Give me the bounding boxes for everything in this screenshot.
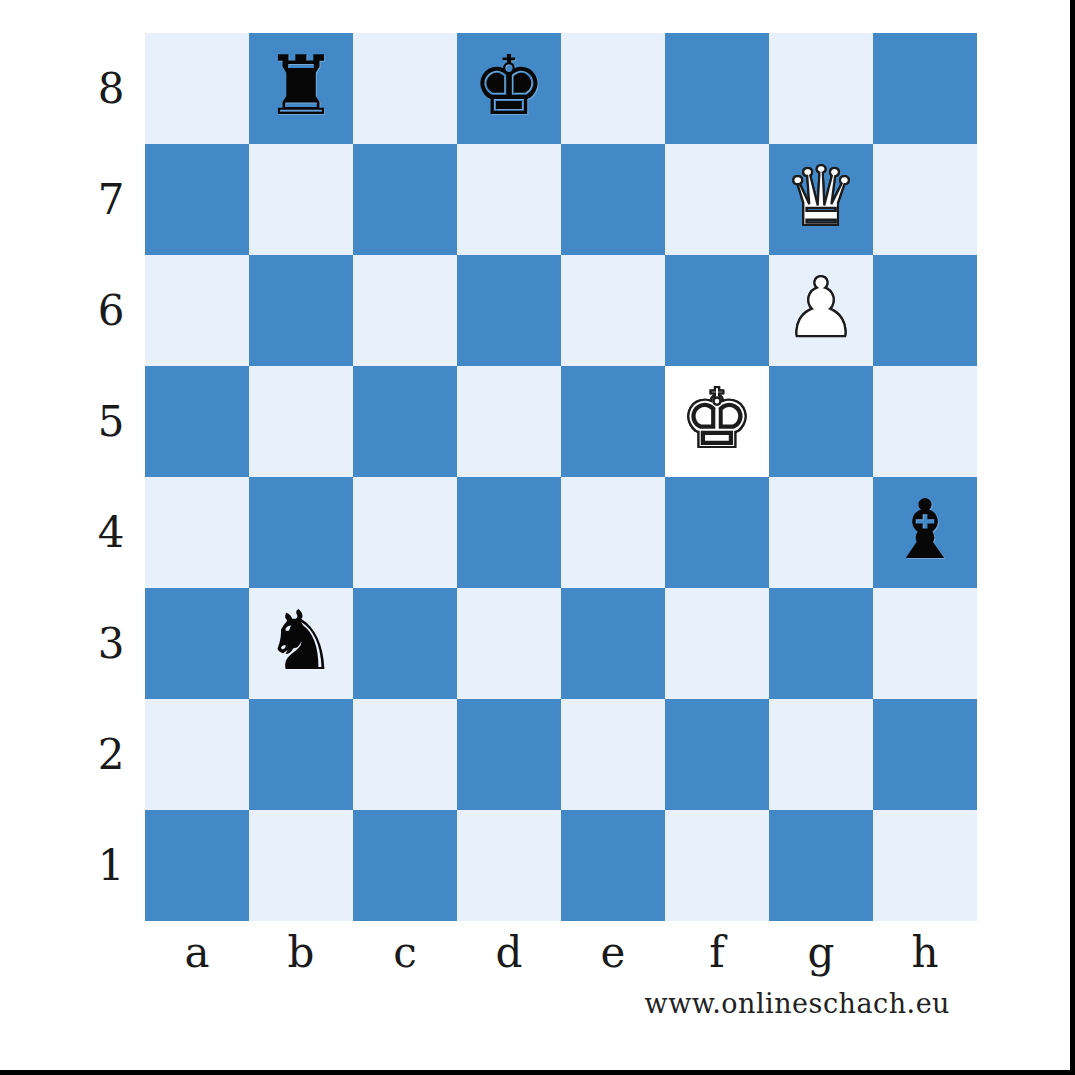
square-a2[interactable]	[145, 699, 249, 810]
square-e2[interactable]	[561, 699, 665, 810]
chess-diagram-page: 87654321 ♜♚♛♟♚♝♞ abcdefgh www.onlinescha…	[0, 0, 1075, 1075]
square-f7[interactable]	[665, 144, 769, 255]
file-label-h: h	[873, 924, 977, 980]
square-a4[interactable]	[145, 477, 249, 588]
square-e5[interactable]	[561, 366, 665, 477]
square-e1[interactable]	[561, 810, 665, 921]
file-labels: abcdefgh	[145, 924, 977, 980]
rank-label-5: 5	[88, 366, 134, 477]
square-d6[interactable]	[457, 255, 561, 366]
square-a7[interactable]	[145, 144, 249, 255]
square-f4[interactable]	[665, 477, 769, 588]
square-b8[interactable]: ♜	[249, 33, 353, 144]
square-f5[interactable]: ♚	[665, 366, 769, 477]
square-b6[interactable]	[249, 255, 353, 366]
square-c1[interactable]	[353, 810, 457, 921]
square-c8[interactable]	[353, 33, 457, 144]
square-h1[interactable]	[873, 810, 977, 921]
square-c5[interactable]	[353, 366, 457, 477]
square-e4[interactable]	[561, 477, 665, 588]
rank-label-6: 6	[88, 255, 134, 366]
file-label-d: d	[457, 924, 561, 980]
square-h7[interactable]	[873, 144, 977, 255]
white-king[interactable]: ♚	[680, 378, 754, 460]
white-queen[interactable]: ♛	[784, 156, 858, 238]
square-f1[interactable]	[665, 810, 769, 921]
square-a1[interactable]	[145, 810, 249, 921]
square-a8[interactable]	[145, 33, 249, 144]
square-h2[interactable]	[873, 699, 977, 810]
square-c4[interactable]	[353, 477, 457, 588]
square-c2[interactable]	[353, 699, 457, 810]
square-g4[interactable]	[769, 477, 873, 588]
square-g7[interactable]: ♛	[769, 144, 873, 255]
square-b3[interactable]: ♞	[249, 588, 353, 699]
square-d2[interactable]	[457, 699, 561, 810]
square-d7[interactable]	[457, 144, 561, 255]
square-e8[interactable]	[561, 33, 665, 144]
site-credit: www.onlineschach.eu	[645, 988, 950, 1019]
rank-label-1: 1	[88, 810, 134, 921]
square-d1[interactable]	[457, 810, 561, 921]
square-h5[interactable]	[873, 366, 977, 477]
black-rook[interactable]: ♜	[264, 45, 338, 127]
chess-board: ♜♚♛♟♚♝♞	[145, 33, 977, 921]
square-a3[interactable]	[145, 588, 249, 699]
square-h8[interactable]	[873, 33, 977, 144]
file-label-g: g	[769, 924, 873, 980]
square-c7[interactable]	[353, 144, 457, 255]
square-c3[interactable]	[353, 588, 457, 699]
square-h3[interactable]	[873, 588, 977, 699]
square-b5[interactable]	[249, 366, 353, 477]
square-d8[interactable]: ♚	[457, 33, 561, 144]
square-a6[interactable]	[145, 255, 249, 366]
black-king[interactable]: ♚	[472, 45, 546, 127]
rank-label-4: 4	[88, 477, 134, 588]
white-pawn[interactable]: ♟	[784, 267, 858, 349]
square-b4[interactable]	[249, 477, 353, 588]
file-label-b: b	[249, 924, 353, 980]
square-f2[interactable]	[665, 699, 769, 810]
square-f8[interactable]	[665, 33, 769, 144]
square-f3[interactable]	[665, 588, 769, 699]
square-f6[interactable]	[665, 255, 769, 366]
square-b7[interactable]	[249, 144, 353, 255]
square-b1[interactable]	[249, 810, 353, 921]
rank-label-8: 8	[88, 33, 134, 144]
square-g8[interactable]	[769, 33, 873, 144]
square-d4[interactable]	[457, 477, 561, 588]
square-e6[interactable]	[561, 255, 665, 366]
rank-labels: 87654321	[88, 33, 134, 921]
square-d3[interactable]	[457, 588, 561, 699]
file-label-a: a	[145, 924, 249, 980]
file-label-c: c	[353, 924, 457, 980]
square-b2[interactable]	[249, 699, 353, 810]
square-h4[interactable]: ♝	[873, 477, 977, 588]
rank-label-2: 2	[88, 699, 134, 810]
square-e7[interactable]	[561, 144, 665, 255]
black-knight[interactable]: ♞	[264, 600, 338, 682]
rank-label-7: 7	[88, 144, 134, 255]
square-g1[interactable]	[769, 810, 873, 921]
square-c6[interactable]	[353, 255, 457, 366]
square-g6[interactable]: ♟	[769, 255, 873, 366]
file-label-e: e	[561, 924, 665, 980]
square-e3[interactable]	[561, 588, 665, 699]
file-label-f: f	[665, 924, 769, 980]
square-g3[interactable]	[769, 588, 873, 699]
square-g5[interactable]	[769, 366, 873, 477]
rank-label-3: 3	[88, 588, 134, 699]
square-a5[interactable]	[145, 366, 249, 477]
square-d5[interactable]	[457, 366, 561, 477]
black-bishop[interactable]: ♝	[888, 489, 962, 571]
square-g2[interactable]	[769, 699, 873, 810]
square-h6[interactable]	[873, 255, 977, 366]
